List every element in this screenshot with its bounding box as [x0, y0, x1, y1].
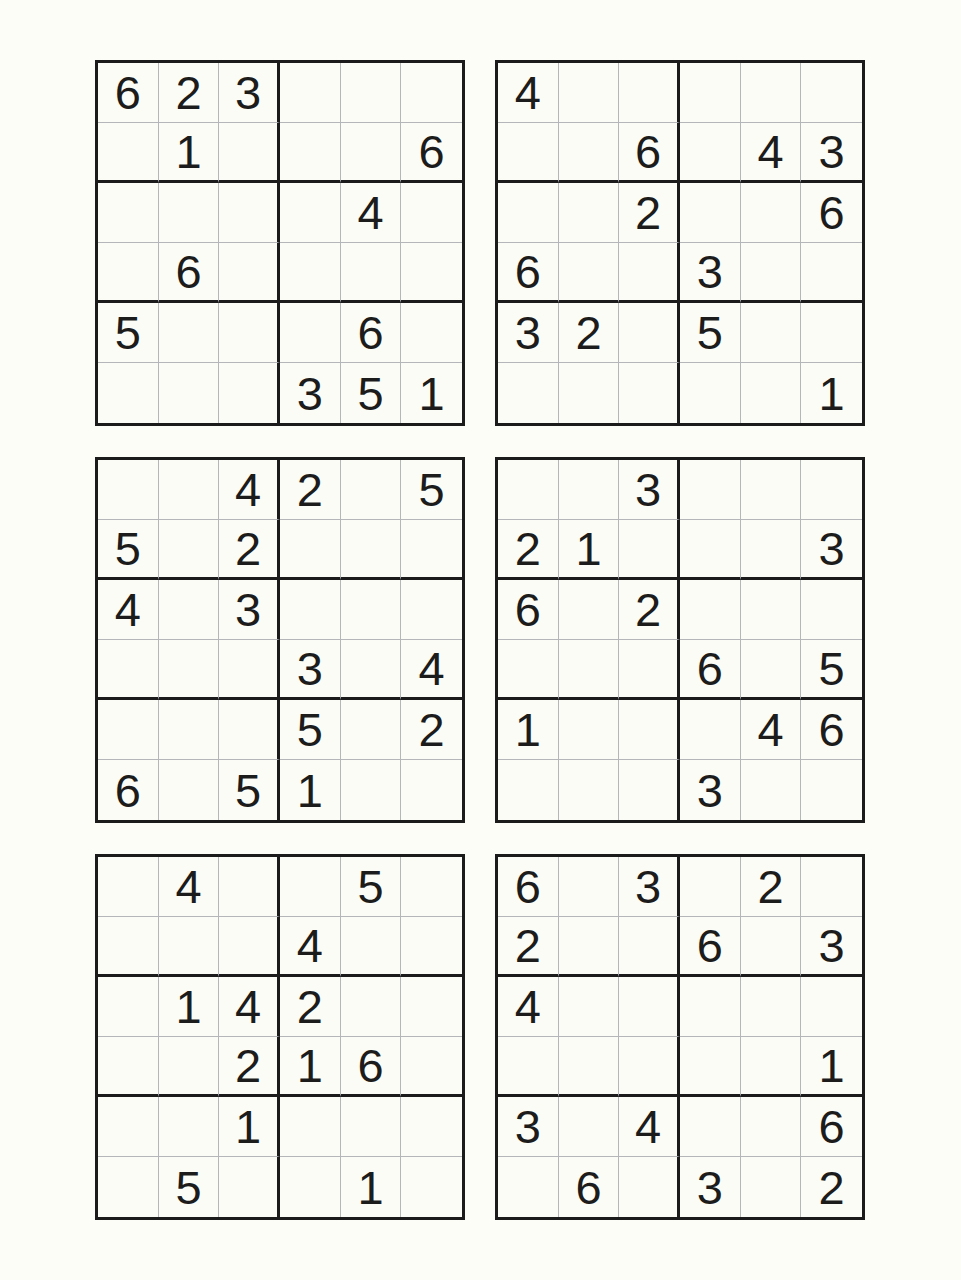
- board-6-cell-r5c3[interactable]: 4: [619, 1097, 680, 1157]
- board-2-cell-r3c3[interactable]: 2: [619, 183, 680, 243]
- board-2-cell-r6c2[interactable]: [559, 363, 620, 423]
- board-2-cell-r5c2[interactable]: 2: [559, 303, 620, 363]
- board-5-cell-r5c5[interactable]: [341, 1097, 402, 1157]
- board-2-cell-r1c6[interactable]: [801, 63, 862, 123]
- board-1-cell-r6c4[interactable]: 3: [280, 363, 341, 423]
- board-3-cell-r1c1[interactable]: [98, 460, 159, 520]
- board-4-cell-r2c6[interactable]: 3: [801, 520, 862, 580]
- board-1-cell-r4c5[interactable]: [341, 243, 402, 303]
- board-4-cell-r5c2[interactable]: [559, 700, 620, 760]
- board-5-cell-r5c2[interactable]: [159, 1097, 220, 1157]
- board-6-cell-r2c4[interactable]: 6: [680, 917, 741, 977]
- board-3-cell-r4c3[interactable]: [219, 640, 280, 700]
- board-1-cell-r3c3[interactable]: [219, 183, 280, 243]
- board-1-cell-r6c1[interactable]: [98, 363, 159, 423]
- board-2-cell-r6c6[interactable]: 1: [801, 363, 862, 423]
- board-2-cell-r5c3[interactable]: [619, 303, 680, 363]
- board-6-cell-r3c3[interactable]: [619, 977, 680, 1037]
- board-3-cell-r5c4[interactable]: 5: [280, 700, 341, 760]
- board-4-cell-r4c1[interactable]: [498, 640, 559, 700]
- board-4-cell-r3c2[interactable]: [559, 580, 620, 640]
- board-2-cell-r3c1[interactable]: [498, 183, 559, 243]
- board-6-cell-r5c6[interactable]: 6: [801, 1097, 862, 1157]
- board-1-cell-r5c3[interactable]: [219, 303, 280, 363]
- board-6-cell-r4c5[interactable]: [741, 1037, 802, 1097]
- board-1-cell-r1c6[interactable]: [401, 63, 462, 123]
- board-4-cell-r4c4[interactable]: 6: [680, 640, 741, 700]
- board-5-cell-r6c2[interactable]: 5: [159, 1157, 220, 1217]
- board-5-cell-r1c3[interactable]: [219, 857, 280, 917]
- board-1-cell-r6c3[interactable]: [219, 363, 280, 423]
- board-2-cell-r1c2[interactable]: [559, 63, 620, 123]
- board-5-cell-r2c1[interactable]: [98, 917, 159, 977]
- board-3-cell-r4c4[interactable]: 3: [280, 640, 341, 700]
- board-3-cell-r4c1[interactable]: [98, 640, 159, 700]
- board-6-cell-r2c5[interactable]: [741, 917, 802, 977]
- board-2-cell-r2c4[interactable]: [680, 123, 741, 183]
- board-5-cell-r6c4[interactable]: [280, 1157, 341, 1217]
- sudoku-board-2: 464326633251: [495, 60, 865, 426]
- board-4-cell-r5c6[interactable]: 6: [801, 700, 862, 760]
- board-1-cell-r5c2[interactable]: [159, 303, 220, 363]
- board-4-cell-r2c1[interactable]: 2: [498, 520, 559, 580]
- board-5-cell-r4c6[interactable]: [401, 1037, 462, 1097]
- board-3-cell-r4c2[interactable]: [159, 640, 220, 700]
- board-5-cell-r1c5[interactable]: 5: [341, 857, 402, 917]
- board-2-cell-r2c3[interactable]: 6: [619, 123, 680, 183]
- board-3-cell-r5c6[interactable]: 2: [401, 700, 462, 760]
- board-6-cell-r1c4[interactable]: [680, 857, 741, 917]
- board-3-cell-r5c2[interactable]: [159, 700, 220, 760]
- board-4-cell-r4c5[interactable]: [741, 640, 802, 700]
- board-4-cell-r2c5[interactable]: [741, 520, 802, 580]
- board-3-cell-r1c6[interactable]: 5: [401, 460, 462, 520]
- board-5-cell-r4c3[interactable]: 2: [219, 1037, 280, 1097]
- board-4-cell-r1c3[interactable]: 3: [619, 460, 680, 520]
- board-4-cell-r1c2[interactable]: [559, 460, 620, 520]
- worksheet-page: 623164656351 464326633251 42552433452651…: [0, 0, 961, 1280]
- board-2-cell-r4c6[interactable]: [801, 243, 862, 303]
- board-1-cell-r5c4[interactable]: [280, 303, 341, 363]
- board-4-cell-r6c6[interactable]: [801, 760, 862, 820]
- board-4-cell-r6c5[interactable]: [741, 760, 802, 820]
- board-1-cell-r6c6[interactable]: 1: [401, 363, 462, 423]
- board-1-cell-r4c2[interactable]: 6: [159, 243, 220, 303]
- board-2-cell-r4c4[interactable]: 3: [680, 243, 741, 303]
- board-1-cell-r4c1[interactable]: [98, 243, 159, 303]
- board-6-cell-r3c5[interactable]: [741, 977, 802, 1037]
- board-3-cell-r3c4[interactable]: [280, 580, 341, 640]
- board-4-cell-r1c5[interactable]: [741, 460, 802, 520]
- puzzle-grid-layout: 623164656351 464326633251 42552433452651…: [0, 0, 961, 1220]
- board-1-cell-r3c5[interactable]: 4: [341, 183, 402, 243]
- board-3-cell-r5c5[interactable]: [341, 700, 402, 760]
- board-4-cell-r1c6[interactable]: [801, 460, 862, 520]
- board-1-cell-r4c4[interactable]: [280, 243, 341, 303]
- board-1-cell-r6c5[interactable]: 5: [341, 363, 402, 423]
- board-5-cell-r6c6[interactable]: [401, 1157, 462, 1217]
- board-4-cell-r4c3[interactable]: [619, 640, 680, 700]
- board-6-cell-r1c1[interactable]: 6: [498, 857, 559, 917]
- board-6-cell-r1c6[interactable]: [801, 857, 862, 917]
- board-3-cell-r2c4[interactable]: [280, 520, 341, 580]
- board-4-cell-r6c4[interactable]: 3: [680, 760, 741, 820]
- board-3-cell-r1c5[interactable]: [341, 460, 402, 520]
- board-5-cell-r6c3[interactable]: [219, 1157, 280, 1217]
- board-5-cell-r3c2[interactable]: 1: [159, 977, 220, 1037]
- board-2-cell-r5c4[interactable]: 5: [680, 303, 741, 363]
- board-6-cell-r1c3[interactable]: 3: [619, 857, 680, 917]
- board-6-cell-r6c4[interactable]: 3: [680, 1157, 741, 1217]
- board-6-cell-r2c6[interactable]: 3: [801, 917, 862, 977]
- board-1-cell-r2c6[interactable]: 6: [401, 123, 462, 183]
- board-4-cell-r6c1[interactable]: [498, 760, 559, 820]
- board-1-cell-r2c2[interactable]: 1: [159, 123, 220, 183]
- board-6-cell-r4c4[interactable]: [680, 1037, 741, 1097]
- board-2-cell-r2c5[interactable]: 4: [741, 123, 802, 183]
- board-6-cell-r4c1[interactable]: [498, 1037, 559, 1097]
- board-5-cell-r3c1[interactable]: [98, 977, 159, 1037]
- board-6-cell-r3c4[interactable]: [680, 977, 741, 1037]
- board-6-cell-r2c1[interactable]: 2: [498, 917, 559, 977]
- board-4-cell-r3c6[interactable]: [801, 580, 862, 640]
- board-2-cell-r3c5[interactable]: [741, 183, 802, 243]
- board-5-cell-r3c3[interactable]: 4: [219, 977, 280, 1037]
- board-5-cell-r2c2[interactable]: [159, 917, 220, 977]
- board-3-cell-r3c2[interactable]: [159, 580, 220, 640]
- board-5-cell-r2c6[interactable]: [401, 917, 462, 977]
- board-6-cell-r3c2[interactable]: [559, 977, 620, 1037]
- board-5-cell-r2c4[interactable]: 4: [280, 917, 341, 977]
- board-2-cell-r2c1[interactable]: [498, 123, 559, 183]
- sudoku-board-3: 42552433452651: [95, 457, 465, 823]
- board-4-cell-r2c2[interactable]: 1: [559, 520, 620, 580]
- board-2-cell-r4c1[interactable]: 6: [498, 243, 559, 303]
- board-5-cell-r6c5[interactable]: 1: [341, 1157, 402, 1217]
- board-1-cell-r1c1[interactable]: 6: [98, 63, 159, 123]
- board-5-cell-r3c4[interactable]: 2: [280, 977, 341, 1037]
- board-2-cell-r5c5[interactable]: [741, 303, 802, 363]
- board-4-cell-r2c3[interactable]: [619, 520, 680, 580]
- board-3-cell-r2c1[interactable]: 5: [98, 520, 159, 580]
- board-4-cell-r6c3[interactable]: [619, 760, 680, 820]
- board-1-cell-r3c2[interactable]: [159, 183, 220, 243]
- board-3-cell-r1c2[interactable]: [159, 460, 220, 520]
- board-5-cell-r2c5[interactable]: [341, 917, 402, 977]
- board-5-cell-r5c1[interactable]: [98, 1097, 159, 1157]
- board-4-cell-r5c4[interactable]: [680, 700, 741, 760]
- board-2-cell-r6c1[interactable]: [498, 363, 559, 423]
- board-2-cell-r2c2[interactable]: [559, 123, 620, 183]
- board-2-cell-r4c2[interactable]: [559, 243, 620, 303]
- board-4-cell-r5c5[interactable]: 4: [741, 700, 802, 760]
- board-6-cell-r6c1[interactable]: [498, 1157, 559, 1217]
- board-1-cell-r4c6[interactable]: [401, 243, 462, 303]
- board-6-cell-r6c3[interactable]: [619, 1157, 680, 1217]
- board-6-cell-r1c2[interactable]: [559, 857, 620, 917]
- board-5-cell-r4c1[interactable]: [98, 1037, 159, 1097]
- board-2-cell-r2c6[interactable]: 3: [801, 123, 862, 183]
- board-3-cell-r4c5[interactable]: [341, 640, 402, 700]
- board-4-cell-r5c1[interactable]: 1: [498, 700, 559, 760]
- board-6-cell-r5c5[interactable]: [741, 1097, 802, 1157]
- sudoku-board-5: 454142216151: [95, 854, 465, 1220]
- board-1-cell-r3c4[interactable]: [280, 183, 341, 243]
- board-3-cell-r3c5[interactable]: [341, 580, 402, 640]
- board-5-cell-r1c2[interactable]: 4: [159, 857, 220, 917]
- sudoku-board-4: 321362651463: [495, 457, 865, 823]
- sudoku-board-6: 63226341346632: [495, 854, 865, 1220]
- board-1-cell-r5c1[interactable]: 5: [98, 303, 159, 363]
- board-6-cell-r6c5[interactable]: [741, 1157, 802, 1217]
- board-6-cell-r4c3[interactable]: [619, 1037, 680, 1097]
- board-4-cell-r2c4[interactable]: [680, 520, 741, 580]
- board-3-cell-r6c6[interactable]: [401, 760, 462, 820]
- board-6-cell-r6c6[interactable]: 2: [801, 1157, 862, 1217]
- board-2-cell-r3c6[interactable]: 6: [801, 183, 862, 243]
- board-1-cell-r1c4[interactable]: [280, 63, 341, 123]
- board-5-cell-r5c6[interactable]: [401, 1097, 462, 1157]
- board-5-cell-r1c1[interactable]: [98, 857, 159, 917]
- board-2-cell-r3c2[interactable]: [559, 183, 620, 243]
- board-5-cell-r6c1[interactable]: [98, 1157, 159, 1217]
- board-6-cell-r2c2[interactable]: [559, 917, 620, 977]
- board-1-cell-r1c5[interactable]: [341, 63, 402, 123]
- board-3-cell-r2c3[interactable]: 2: [219, 520, 280, 580]
- board-3-cell-r5c1[interactable]: [98, 700, 159, 760]
- board-2-cell-r3c4[interactable]: [680, 183, 741, 243]
- board-3-cell-r6c4[interactable]: 1: [280, 760, 341, 820]
- board-2-cell-r6c3[interactable]: [619, 363, 680, 423]
- board-1-cell-r2c3[interactable]: [219, 123, 280, 183]
- board-4-cell-r6c2[interactable]: [559, 760, 620, 820]
- board-1-cell-r2c4[interactable]: [280, 123, 341, 183]
- board-6-cell-r2c3[interactable]: [619, 917, 680, 977]
- board-6-cell-r1c5[interactable]: 2: [741, 857, 802, 917]
- board-1-cell-r1c3[interactable]: 3: [219, 63, 280, 123]
- board-2-cell-r1c4[interactable]: [680, 63, 741, 123]
- board-5-cell-r4c5[interactable]: 6: [341, 1037, 402, 1097]
- board-1-cell-r2c1[interactable]: [98, 123, 159, 183]
- board-3-cell-r2c5[interactable]: [341, 520, 402, 580]
- board-1-cell-r3c1[interactable]: [98, 183, 159, 243]
- board-6-cell-r5c1[interactable]: 3: [498, 1097, 559, 1157]
- board-6-cell-r5c2[interactable]: [559, 1097, 620, 1157]
- board-2-cell-r4c3[interactable]: [619, 243, 680, 303]
- board-3-cell-r3c1[interactable]: 4: [98, 580, 159, 640]
- board-3-cell-r3c6[interactable]: [401, 580, 462, 640]
- board-5-cell-r4c2[interactable]: [159, 1037, 220, 1097]
- board-5-cell-r5c3[interactable]: 1: [219, 1097, 280, 1157]
- board-1-cell-r5c6[interactable]: [401, 303, 462, 363]
- board-2-cell-r5c1[interactable]: 3: [498, 303, 559, 363]
- board-6-cell-r3c1[interactable]: 4: [498, 977, 559, 1037]
- board-3-cell-r1c4[interactable]: 2: [280, 460, 341, 520]
- board-4-cell-r1c1[interactable]: [498, 460, 559, 520]
- board-4-cell-r5c3[interactable]: [619, 700, 680, 760]
- board-6-cell-r5c4[interactable]: [680, 1097, 741, 1157]
- board-4-cell-r4c6[interactable]: 5: [801, 640, 862, 700]
- board-3-cell-r6c5[interactable]: [341, 760, 402, 820]
- board-4-cell-r3c3[interactable]: 2: [619, 580, 680, 640]
- board-1-cell-r4c3[interactable]: [219, 243, 280, 303]
- board-6-cell-r6c2[interactable]: 6: [559, 1157, 620, 1217]
- board-3-cell-r3c3[interactable]: 3: [219, 580, 280, 640]
- board-5-cell-r2c3[interactable]: [219, 917, 280, 977]
- board-3-cell-r6c2[interactable]: [159, 760, 220, 820]
- board-4-cell-r4c2[interactable]: [559, 640, 620, 700]
- board-1-cell-r6c2[interactable]: [159, 363, 220, 423]
- board-2-cell-r6c5[interactable]: [741, 363, 802, 423]
- board-3-cell-r2c6[interactable]: [401, 520, 462, 580]
- board-5-cell-r5c4[interactable]: [280, 1097, 341, 1157]
- board-5-cell-r3c6[interactable]: [401, 977, 462, 1037]
- board-1-cell-r1c2[interactable]: 2: [159, 63, 220, 123]
- board-2-cell-r6c4[interactable]: [680, 363, 741, 423]
- board-5-cell-r4c4[interactable]: 1: [280, 1037, 341, 1097]
- board-2-cell-r4c5[interactable]: [741, 243, 802, 303]
- board-4-cell-r3c1[interactable]: 6: [498, 580, 559, 640]
- board-4-cell-r3c5[interactable]: [741, 580, 802, 640]
- board-4-cell-r3c4[interactable]: [680, 580, 741, 640]
- board-3-cell-r5c3[interactable]: [219, 700, 280, 760]
- board-1-cell-r3c6[interactable]: [401, 183, 462, 243]
- board-3-cell-r2c2[interactable]: [159, 520, 220, 580]
- board-5-cell-r1c4[interactable]: [280, 857, 341, 917]
- board-6-cell-r4c2[interactable]: [559, 1037, 620, 1097]
- sudoku-board-1: 623164656351: [95, 60, 465, 426]
- board-4-cell-r1c4[interactable]: [680, 460, 741, 520]
- board-1-cell-r5c5[interactable]: 6: [341, 303, 402, 363]
- board-1-cell-r2c5[interactable]: [341, 123, 402, 183]
- board-3-cell-r6c1[interactable]: 6: [98, 760, 159, 820]
- board-3-cell-r4c6[interactable]: 4: [401, 640, 462, 700]
- board-2-cell-r1c3[interactable]: [619, 63, 680, 123]
- board-3-cell-r1c3[interactable]: 4: [219, 460, 280, 520]
- board-5-cell-r1c6[interactable]: [401, 857, 462, 917]
- board-2-cell-r1c1[interactable]: 4: [498, 63, 559, 123]
- board-2-cell-r5c6[interactable]: [801, 303, 862, 363]
- board-3-cell-r6c3[interactable]: 5: [219, 760, 280, 820]
- board-5-cell-r3c5[interactable]: [341, 977, 402, 1037]
- board-2-cell-r1c5[interactable]: [741, 63, 802, 123]
- board-6-cell-r3c6[interactable]: [801, 977, 862, 1037]
- board-6-cell-r4c6[interactable]: 1: [801, 1037, 862, 1097]
